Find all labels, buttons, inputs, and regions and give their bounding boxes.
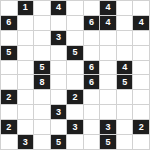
grid-cell[interactable]: [34, 16, 51, 31]
clue-cell: 2: [1, 120, 18, 135]
grid-cell[interactable]: [51, 90, 68, 105]
clue-cell: 5: [34, 61, 51, 76]
clue-cell: 2: [133, 120, 150, 135]
grid-cell[interactable]: [133, 1, 150, 16]
grid-cell[interactable]: [133, 135, 150, 150]
grid-cell[interactable]: [34, 120, 51, 135]
grid-cell[interactable]: [18, 120, 35, 135]
grid-cell[interactable]: [84, 105, 101, 120]
grid-cell[interactable]: [117, 135, 134, 150]
grid-cell[interactable]: [51, 61, 68, 76]
grid-cell[interactable]: [117, 105, 134, 120]
clue-cell: 3: [18, 135, 35, 150]
grid-cell[interactable]: [67, 31, 84, 46]
clue-cell: 6: [84, 75, 101, 90]
grid-cell[interactable]: [1, 105, 18, 120]
grid-cell[interactable]: [133, 46, 150, 61]
grid-cell[interactable]: [18, 90, 35, 105]
grid-cell[interactable]: [51, 16, 68, 31]
grid-cell[interactable]: [1, 1, 18, 16]
clue-cell: 5: [51, 135, 68, 150]
grid-cell[interactable]: [18, 16, 35, 31]
grid-cell[interactable]: [133, 90, 150, 105]
grid-cell[interactable]: [117, 16, 134, 31]
grid-cell[interactable]: [84, 46, 101, 61]
grid-cell[interactable]: [1, 75, 18, 90]
clue-cell: 4: [133, 16, 150, 31]
clue-cell: 6: [1, 16, 18, 31]
grid-cell[interactable]: [18, 75, 35, 90]
grid-cell[interactable]: [100, 61, 117, 76]
clue-cell: 5: [117, 75, 134, 90]
grid-cell[interactable]: [18, 61, 35, 76]
grid-cell[interactable]: [51, 75, 68, 90]
clue-cell: 3: [100, 120, 117, 135]
grid-cell[interactable]: [133, 105, 150, 120]
clue-cell: 4: [100, 1, 117, 16]
grid-cell[interactable]: [51, 46, 68, 61]
grid-cell[interactable]: [67, 1, 84, 16]
grid-cell[interactable]: [34, 1, 51, 16]
clue-cell: 5: [1, 46, 18, 61]
grid-cell[interactable]: [117, 1, 134, 16]
clue-cell: 3: [67, 120, 84, 135]
grid-cell[interactable]: [1, 61, 18, 76]
clue-cell: 2: [1, 90, 18, 105]
clue-cell: 3: [51, 31, 68, 46]
clue-cell: 8: [34, 75, 51, 90]
grid-cell[interactable]: [100, 31, 117, 46]
puzzle-board: 14466443555648652232332355: [0, 0, 150, 150]
grid-cell[interactable]: [18, 31, 35, 46]
clue-cell: 4: [51, 1, 68, 16]
clue-cell: 6: [84, 16, 101, 31]
clue-cell: 5: [100, 135, 117, 150]
grid-cell[interactable]: [117, 120, 134, 135]
grid-cell[interactable]: [18, 46, 35, 61]
clue-cell: 6: [84, 61, 101, 76]
clue-cell: 3: [51, 105, 68, 120]
grid-cell[interactable]: [84, 135, 101, 150]
grid-cell[interactable]: [51, 120, 68, 135]
grid-cell[interactable]: [100, 46, 117, 61]
grid-cell[interactable]: [100, 75, 117, 90]
grid-cell[interactable]: [67, 105, 84, 120]
grid-cell[interactable]: [100, 105, 117, 120]
grid-cell[interactable]: [34, 90, 51, 105]
clue-cell: 2: [67, 90, 84, 105]
grid-cell[interactable]: [100, 90, 117, 105]
grid-cell[interactable]: [133, 31, 150, 46]
grid-cell[interactable]: [1, 135, 18, 150]
grid-cell[interactable]: [67, 16, 84, 31]
grid-cell[interactable]: [84, 90, 101, 105]
grid-cell[interactable]: [67, 75, 84, 90]
grid-cell[interactable]: [34, 31, 51, 46]
grid-cell[interactable]: [34, 135, 51, 150]
clue-cell: 4: [117, 61, 134, 76]
grid-cell[interactable]: [133, 61, 150, 76]
grid-cell[interactable]: [67, 135, 84, 150]
grid-cell[interactable]: [1, 31, 18, 46]
grid-cell[interactable]: [18, 105, 35, 120]
grid-cell[interactable]: [34, 105, 51, 120]
clue-cell: 5: [67, 46, 84, 61]
grid-cell[interactable]: [84, 1, 101, 16]
grid-cell[interactable]: [34, 46, 51, 61]
grid-cell[interactable]: [117, 46, 134, 61]
clue-cell: 1: [18, 1, 35, 16]
grid-cell[interactable]: [67, 61, 84, 76]
grid-cell[interactable]: [117, 31, 134, 46]
grid-cell[interactable]: [84, 31, 101, 46]
grid-cell[interactable]: [133, 75, 150, 90]
clue-cell: 4: [100, 16, 117, 31]
grid-cell[interactable]: [117, 90, 134, 105]
grid-cell[interactable]: [84, 120, 101, 135]
